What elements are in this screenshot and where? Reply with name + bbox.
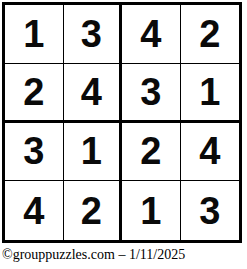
sudoku-cell-r3c2: 1 (64, 123, 123, 182)
sudoku-cell-r3c4: 4 (181, 123, 240, 182)
sudoku-cell-r2c4: 1 (181, 64, 240, 123)
credit-text: ©grouppuzzles.com – 1/11/2025 (2, 247, 185, 263)
sudoku-cell-r4c1: 4 (5, 181, 64, 240)
sudoku-cell-r2c1: 2 (5, 64, 64, 123)
sudoku-cell-r2c3: 3 (122, 64, 181, 123)
sudoku-cell-r1c2: 3 (64, 5, 123, 64)
sudoku-board: 1342243131244213 (2, 2, 242, 243)
sudoku-cell-r3c1: 3 (5, 123, 64, 182)
sudoku-cell-r1c4: 2 (181, 5, 240, 64)
sudoku-cell-r2c2: 4 (64, 64, 123, 123)
sudoku-cell-r4c3: 1 (122, 181, 181, 240)
sudoku-cell-r1c3: 4 (122, 5, 181, 64)
sudoku-cell-r1c1: 1 (5, 5, 64, 64)
sudoku-cell-r4c2: 2 (64, 181, 123, 240)
sudoku-cell-r3c3: 2 (122, 123, 181, 182)
sudoku-cell-r4c4: 3 (181, 181, 240, 240)
puzzle-page: 1342243131244213 ©grouppuzzles.com – 1/1… (0, 0, 247, 269)
